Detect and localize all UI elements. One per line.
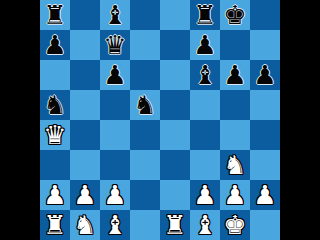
square-e7[interactable] [160,30,190,60]
white-queen[interactable]: ♛ [43,120,66,150]
black-pawn[interactable]: ♟ [223,60,246,90]
square-c5[interactable] [100,90,130,120]
square-h7[interactable] [250,30,280,60]
white-rook[interactable]: ♜ [43,210,66,240]
black-pawn[interactable]: ♟ [43,30,66,60]
white-pawn[interactable]: ♟ [193,180,216,210]
square-b8[interactable] [70,0,100,30]
square-e3[interactable] [160,150,190,180]
square-a6[interactable] [40,60,70,90]
square-d5[interactable]: ♞ [130,90,160,120]
square-b1[interactable]: ♞ [70,210,100,240]
square-d4[interactable] [130,120,160,150]
white-bishop[interactable]: ♝ [103,210,126,240]
square-h3[interactable] [250,150,280,180]
square-a4[interactable]: ♛ [40,120,70,150]
square-d1[interactable] [130,210,160,240]
square-c8[interactable]: ♝ [100,0,130,30]
white-pawn[interactable]: ♟ [43,180,66,210]
white-pawn[interactable]: ♟ [103,180,126,210]
square-f5[interactable] [190,90,220,120]
square-c7[interactable]: ♛ [100,30,130,60]
black-pawn[interactable]: ♟ [103,60,126,90]
square-f3[interactable] [190,150,220,180]
square-f8[interactable]: ♜ [190,0,220,30]
square-a8[interactable]: ♜ [40,0,70,30]
pillarbox-right [280,0,320,240]
square-b4[interactable] [70,120,100,150]
square-g7[interactable] [220,30,250,60]
black-knight[interactable]: ♞ [43,90,66,120]
white-pawn[interactable]: ♟ [253,180,276,210]
square-h1[interactable] [250,210,280,240]
square-e8[interactable] [160,0,190,30]
square-g4[interactable] [220,120,250,150]
square-f7[interactable]: ♟ [190,30,220,60]
white-bishop[interactable]: ♝ [193,210,216,240]
square-g8[interactable]: ♚ [220,0,250,30]
pillarbox-left [0,0,40,240]
black-knight[interactable]: ♞ [133,90,156,120]
square-f4[interactable] [190,120,220,150]
square-e1[interactable]: ♜ [160,210,190,240]
square-g1[interactable]: ♚ [220,210,250,240]
black-bishop[interactable]: ♝ [193,60,216,90]
black-king[interactable]: ♚ [223,0,246,30]
square-d3[interactable] [130,150,160,180]
square-h4[interactable] [250,120,280,150]
white-knight[interactable]: ♞ [73,210,96,240]
square-a5[interactable]: ♞ [40,90,70,120]
black-rook[interactable]: ♜ [43,0,66,30]
square-b3[interactable] [70,150,100,180]
white-pawn[interactable]: ♟ [223,180,246,210]
square-c6[interactable]: ♟ [100,60,130,90]
square-d6[interactable] [130,60,160,90]
black-queen[interactable]: ♛ [103,30,126,60]
square-h5[interactable] [250,90,280,120]
white-knight[interactable]: ♞ [223,150,246,180]
square-e2[interactable] [160,180,190,210]
white-rook[interactable]: ♜ [163,210,186,240]
square-a3[interactable] [40,150,70,180]
square-c2[interactable]: ♟ [100,180,130,210]
white-pawn[interactable]: ♟ [73,180,96,210]
square-f6[interactable]: ♝ [190,60,220,90]
square-d7[interactable] [130,30,160,60]
square-b2[interactable]: ♟ [70,180,100,210]
square-h8[interactable] [250,0,280,30]
white-king[interactable]: ♚ [223,210,246,240]
square-d2[interactable] [130,180,160,210]
square-d8[interactable] [130,0,160,30]
square-h6[interactable]: ♟ [250,60,280,90]
black-pawn[interactable]: ♟ [253,60,276,90]
square-g6[interactable]: ♟ [220,60,250,90]
square-a1[interactable]: ♜ [40,210,70,240]
square-c4[interactable] [100,120,130,150]
square-e4[interactable] [160,120,190,150]
chess-board[interactable]: ♜♝♜♚♟♛♟♟♝♟♟♞♞♛♞♟♟♟♟♟♟♜♞♝♜♝♚ [40,0,280,240]
square-b6[interactable] [70,60,100,90]
square-c1[interactable]: ♝ [100,210,130,240]
square-e6[interactable] [160,60,190,90]
black-rook[interactable]: ♜ [193,0,216,30]
square-f1[interactable]: ♝ [190,210,220,240]
video-frame: ♜♝♜♚♟♛♟♟♝♟♟♞♞♛♞♟♟♟♟♟♟♜♞♝♜♝♚ [0,0,320,240]
square-a2[interactable]: ♟ [40,180,70,210]
square-f2[interactable]: ♟ [190,180,220,210]
black-pawn[interactable]: ♟ [193,30,216,60]
square-g2[interactable]: ♟ [220,180,250,210]
black-bishop[interactable]: ♝ [103,0,126,30]
square-b5[interactable] [70,90,100,120]
square-e5[interactable] [160,90,190,120]
square-c3[interactable] [100,150,130,180]
square-g5[interactable] [220,90,250,120]
square-b7[interactable] [70,30,100,60]
square-g3[interactable]: ♞ [220,150,250,180]
square-h2[interactable]: ♟ [250,180,280,210]
square-a7[interactable]: ♟ [40,30,70,60]
